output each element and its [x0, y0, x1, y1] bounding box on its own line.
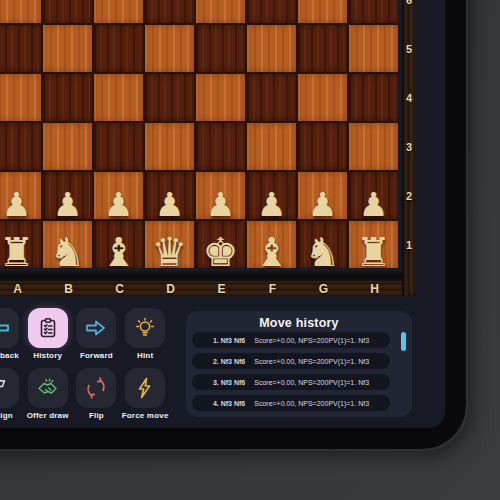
square-d1[interactable]: ♛	[145, 221, 194, 268]
rank-label-3: 3	[402, 140, 416, 154]
piece-white-rook[interactable]: ♜	[0, 232, 34, 272]
rank-label-2: 2	[402, 189, 416, 203]
square-c4[interactable]	[94, 74, 143, 121]
chess-board: ♟♟♟♟♟♟♟♟♜♞♝♛♚♝♞♜ 654321 ABCDEFGH	[0, 0, 416, 296]
file-label-d: D	[163, 282, 179, 296]
rank-label-5: 5	[402, 42, 416, 56]
square-g2[interactable]: ♟	[298, 172, 347, 219]
app-screen: ♟♟♟♟♟♟♟♟♜♞♝♛♚♝♞♜ 654321 ABCDEFGH Take ba…	[0, 0, 445, 428]
square-h6[interactable]	[349, 0, 398, 23]
rank-label-4: 4	[402, 91, 416, 105]
rank-label-1: 1	[402, 238, 416, 252]
square-e5[interactable]	[196, 25, 245, 72]
lightning-icon	[134, 377, 156, 399]
square-h1[interactable]: ♜	[349, 221, 398, 268]
move-text: 1. Nf3 Nf6	[213, 337, 245, 344]
square-d6[interactable]	[145, 0, 194, 23]
flag-icon	[0, 377, 10, 399]
move-row-2[interactable]: 2. Nf3 Nf6Score=+0.00, NPS=200PV(1)=1. N…	[192, 353, 390, 369]
lightbulb-icon	[134, 317, 156, 339]
piece-white-pawn[interactable]: ♟	[257, 188, 287, 221]
square-a5[interactable]	[0, 25, 41, 72]
piece-white-pawn[interactable]: ♟	[53, 188, 83, 221]
engine-info-text: Score=+0.00, NPS=200PV(1)=1. Nf3	[254, 337, 369, 344]
square-b5[interactable]	[43, 25, 92, 72]
resign-button[interactable]	[0, 368, 19, 408]
handshake-icon	[36, 376, 60, 400]
square-c3[interactable]	[94, 123, 143, 170]
square-a1[interactable]: ♜	[0, 221, 41, 268]
move-text: 3. Nf3 Nf6	[213, 379, 245, 386]
move-text: 4. Nf3 Nf6	[213, 400, 245, 407]
piece-white-queen[interactable]: ♛	[152, 232, 188, 272]
engine-info-text: Score=+0.00, NPS=200PV(1)=1. Nf3	[254, 358, 369, 365]
move-row-4[interactable]: 4. Nf3 Nf6Score=+0.00, NPS=200PV(1)=1. N…	[192, 395, 390, 411]
board-squares: ♟♟♟♟♟♟♟♟♜♞♝♛♚♝♞♜	[0, 0, 398, 268]
square-f4[interactable]	[247, 74, 296, 121]
hint-button[interactable]	[125, 308, 165, 348]
force-move-label: Force move	[113, 411, 177, 420]
square-h4[interactable]	[349, 74, 398, 121]
forward-arrow-icon	[85, 317, 107, 339]
square-a2[interactable]: ♟	[0, 172, 41, 219]
piece-white-bishop[interactable]: ♝	[254, 232, 290, 272]
back-arrow-icon	[0, 317, 10, 339]
square-b6[interactable]	[43, 0, 92, 23]
hint-label: Hint	[113, 351, 177, 360]
square-c5[interactable]	[94, 25, 143, 72]
square-b1[interactable]: ♞	[43, 221, 92, 268]
piece-white-pawn[interactable]: ♟	[2, 188, 32, 221]
piece-white-knight[interactable]: ♞	[50, 232, 86, 272]
square-d3[interactable]	[145, 123, 194, 170]
square-c2[interactable]: ♟	[94, 172, 143, 219]
file-label-b: B	[61, 282, 77, 296]
piece-white-pawn[interactable]: ♟	[155, 188, 185, 221]
square-g5[interactable]	[298, 25, 347, 72]
square-a4[interactable]	[0, 74, 41, 121]
square-f6[interactable]	[247, 0, 296, 23]
file-label-c: C	[112, 282, 128, 296]
square-b3[interactable]	[43, 123, 92, 170]
square-a3[interactable]	[0, 123, 41, 170]
clipboard-icon	[37, 317, 59, 339]
file-label-g: G	[316, 282, 332, 296]
move-history-panel: Move history 1. Nf3 Nf6Score=+0.00, NPS=…	[186, 311, 412, 417]
square-a6[interactable]	[0, 0, 41, 23]
move-row-3[interactable]: 3. Nf3 Nf6Score=+0.00, NPS=200PV(1)=1. N…	[192, 374, 390, 390]
square-g1[interactable]: ♞	[298, 221, 347, 268]
move-text: 2. Nf3 Nf6	[213, 358, 245, 365]
square-c1[interactable]: ♝	[94, 221, 143, 268]
flip-button[interactable]	[76, 368, 116, 408]
move-history-title: Move history	[186, 311, 412, 330]
square-f3[interactable]	[247, 123, 296, 170]
rank-label-6: 6	[402, 0, 416, 7]
square-g6[interactable]	[298, 0, 347, 23]
offer-draw-button[interactable]	[28, 368, 68, 408]
square-d2[interactable]: ♟	[145, 172, 194, 219]
piece-white-pawn[interactable]: ♟	[308, 188, 338, 221]
file-label-e: E	[214, 282, 230, 296]
square-d4[interactable]	[145, 74, 194, 121]
square-f1[interactable]: ♝	[247, 221, 296, 268]
file-label-a: A	[10, 282, 26, 296]
move-row-1[interactable]: 1. Nf3 Nf6Score=+0.00, NPS=200PV(1)=1. N…	[192, 332, 390, 348]
square-e4[interactable]	[196, 74, 245, 121]
square-g4[interactable]	[298, 74, 347, 121]
square-c6[interactable]	[94, 0, 143, 23]
square-f5[interactable]	[247, 25, 296, 72]
forward-button[interactable]	[76, 308, 116, 348]
piece-white-king[interactable]: ♚	[203, 232, 239, 272]
square-f2[interactable]: ♟	[247, 172, 296, 219]
piece-white-rook[interactable]: ♜	[356, 232, 392, 272]
file-label-h: H	[367, 282, 383, 296]
square-h3[interactable]	[349, 123, 398, 170]
square-e2[interactable]: ♟	[196, 172, 245, 219]
square-g3[interactable]	[298, 123, 347, 170]
square-b4[interactable]	[43, 74, 92, 121]
history-button[interactable]	[28, 308, 68, 348]
piece-white-bishop[interactable]: ♝	[101, 232, 137, 272]
take-back-button[interactable]	[0, 308, 19, 348]
piece-white-pawn[interactable]: ♟	[104, 188, 134, 221]
engine-info-text: Score=+0.00, NPS=200PV(1)=1. Nf3	[254, 400, 369, 407]
piece-white-pawn[interactable]: ♟	[206, 188, 236, 221]
square-d5[interactable]	[145, 25, 194, 72]
board-frame-right: 654321	[402, 0, 416, 296]
engine-info-text: Score=+0.00, NPS=200PV(1)=1. Nf3	[254, 379, 369, 386]
board-frame-bottom: ABCDEFGH	[0, 281, 402, 296]
square-e6[interactable]	[196, 0, 245, 23]
piece-white-pawn[interactable]: ♟	[359, 188, 389, 221]
square-e1[interactable]: ♚	[196, 221, 245, 268]
square-e3[interactable]	[196, 123, 245, 170]
tablet-photo: ♟♟♟♟♟♟♟♟♜♞♝♛♚♝♞♜ 654321 ABCDEFGH Take ba…	[0, 0, 500, 500]
force-move-button[interactable]	[125, 368, 165, 408]
square-b2[interactable]: ♟	[43, 172, 92, 219]
file-label-f: F	[265, 282, 281, 296]
scrollbar-thumb[interactable]	[401, 332, 406, 351]
piece-white-knight[interactable]: ♞	[305, 232, 341, 272]
flip-arrows-icon	[84, 376, 108, 400]
square-h2[interactable]: ♟	[349, 172, 398, 219]
square-h5[interactable]	[349, 25, 398, 72]
